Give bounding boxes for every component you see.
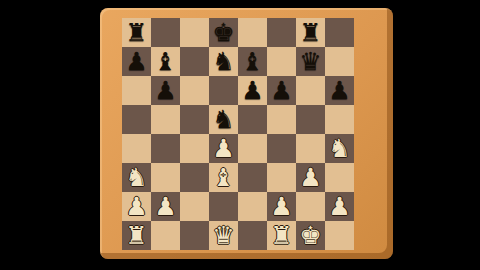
square-f1[interactable]: ♜ — [267, 221, 296, 250]
white-pawn-f2[interactable]: ♟ — [270, 192, 292, 221]
square-h5[interactable] — [325, 105, 354, 134]
board-grid: ♜♚♜♟♝♞♝♛♟♟♟♟♞♟♞♞♝♟♟♟♟♟♜♛♜♚ — [122, 18, 354, 250]
square-c4[interactable] — [180, 134, 209, 163]
square-h2[interactable]: ♟ — [325, 192, 354, 221]
white-rook-a1[interactable]: ♜ — [125, 221, 147, 250]
square-d8[interactable]: ♚ — [209, 18, 238, 47]
square-e2[interactable] — [238, 192, 267, 221]
square-g8[interactable]: ♜ — [296, 18, 325, 47]
square-g1[interactable]: ♚ — [296, 221, 325, 250]
square-h6[interactable]: ♟ — [325, 76, 354, 105]
square-f7[interactable] — [267, 47, 296, 76]
white-knight-h4[interactable]: ♞ — [328, 134, 350, 163]
black-pawn-h6[interactable]: ♟ — [328, 76, 350, 105]
white-pawn-a2[interactable]: ♟ — [125, 192, 147, 221]
black-king-d8[interactable]: ♚ — [212, 18, 234, 47]
white-pawn-b2[interactable]: ♟ — [154, 192, 176, 221]
black-bishop-b7[interactable]: ♝ — [154, 47, 176, 76]
square-b5[interactable] — [151, 105, 180, 134]
square-e3[interactable] — [238, 163, 267, 192]
black-pawn-f6[interactable]: ♟ — [270, 76, 292, 105]
square-f2[interactable]: ♟ — [267, 192, 296, 221]
square-d3[interactable]: ♝ — [209, 163, 238, 192]
square-b4[interactable] — [151, 134, 180, 163]
square-a1[interactable]: ♜ — [122, 221, 151, 250]
black-bishop-e7[interactable]: ♝ — [241, 47, 263, 76]
square-c2[interactable] — [180, 192, 209, 221]
square-b6[interactable]: ♟ — [151, 76, 180, 105]
square-g6[interactable] — [296, 76, 325, 105]
white-knight-a3[interactable]: ♞ — [125, 163, 147, 192]
square-e1[interactable] — [238, 221, 267, 250]
square-d6[interactable] — [209, 76, 238, 105]
square-d7[interactable]: ♞ — [209, 47, 238, 76]
square-g7[interactable]: ♛ — [296, 47, 325, 76]
square-e7[interactable]: ♝ — [238, 47, 267, 76]
white-bishop-d3[interactable]: ♝ — [212, 163, 234, 192]
square-a6[interactable] — [122, 76, 151, 105]
square-a5[interactable] — [122, 105, 151, 134]
square-e6[interactable]: ♟ — [238, 76, 267, 105]
square-h7[interactable] — [325, 47, 354, 76]
square-a8[interactable]: ♜ — [122, 18, 151, 47]
square-g4[interactable] — [296, 134, 325, 163]
square-f8[interactable] — [267, 18, 296, 47]
black-queen-g7[interactable]: ♛ — [299, 47, 321, 76]
square-c5[interactable] — [180, 105, 209, 134]
square-c8[interactable] — [180, 18, 209, 47]
square-d4[interactable]: ♟ — [209, 134, 238, 163]
square-h1[interactable] — [325, 221, 354, 250]
square-b7[interactable]: ♝ — [151, 47, 180, 76]
black-rook-g8[interactable]: ♜ — [299, 18, 321, 47]
square-g2[interactable] — [296, 192, 325, 221]
square-b8[interactable] — [151, 18, 180, 47]
black-pawn-e6[interactable]: ♟ — [241, 76, 263, 105]
white-pawn-h2[interactable]: ♟ — [328, 192, 350, 221]
square-h3[interactable] — [325, 163, 354, 192]
white-pawn-g3[interactable]: ♟ — [299, 163, 321, 192]
square-h8[interactable] — [325, 18, 354, 47]
square-a4[interactable] — [122, 134, 151, 163]
square-d1[interactable]: ♛ — [209, 221, 238, 250]
black-rook-a8[interactable]: ♜ — [125, 18, 147, 47]
white-pawn-d4[interactable]: ♟ — [212, 134, 234, 163]
white-queen-d1[interactable]: ♛ — [212, 221, 234, 250]
square-c6[interactable] — [180, 76, 209, 105]
square-b1[interactable] — [151, 221, 180, 250]
square-e4[interactable] — [238, 134, 267, 163]
video-frame: ♜♚♜♟♝♞♝♛♟♟♟♟♞♟♞♞♝♟♟♟♟♟♜♛♜♚ — [0, 0, 480, 270]
square-b2[interactable]: ♟ — [151, 192, 180, 221]
square-b3[interactable] — [151, 163, 180, 192]
black-knight-d7[interactable]: ♞ — [212, 47, 234, 76]
chess-board: ♜♚♜♟♝♞♝♛♟♟♟♟♞♟♞♞♝♟♟♟♟♟♜♛♜♚ — [100, 8, 393, 259]
square-d5[interactable]: ♞ — [209, 105, 238, 134]
white-rook-f1[interactable]: ♜ — [270, 221, 292, 250]
square-a3[interactable]: ♞ — [122, 163, 151, 192]
square-c1[interactable] — [180, 221, 209, 250]
square-g3[interactable]: ♟ — [296, 163, 325, 192]
black-knight-d5[interactable]: ♞ — [212, 105, 234, 134]
square-a2[interactable]: ♟ — [122, 192, 151, 221]
square-e5[interactable] — [238, 105, 267, 134]
square-h4[interactable]: ♞ — [325, 134, 354, 163]
square-c3[interactable] — [180, 163, 209, 192]
black-pawn-a7[interactable]: ♟ — [125, 47, 147, 76]
square-f3[interactable] — [267, 163, 296, 192]
square-a7[interactable]: ♟ — [122, 47, 151, 76]
square-e8[interactable] — [238, 18, 267, 47]
square-c7[interactable] — [180, 47, 209, 76]
square-f4[interactable] — [267, 134, 296, 163]
white-king-g1[interactable]: ♚ — [299, 221, 321, 250]
square-f5[interactable] — [267, 105, 296, 134]
black-pawn-b6[interactable]: ♟ — [154, 76, 176, 105]
square-f6[interactable]: ♟ — [267, 76, 296, 105]
square-g5[interactable] — [296, 105, 325, 134]
square-d2[interactable] — [209, 192, 238, 221]
